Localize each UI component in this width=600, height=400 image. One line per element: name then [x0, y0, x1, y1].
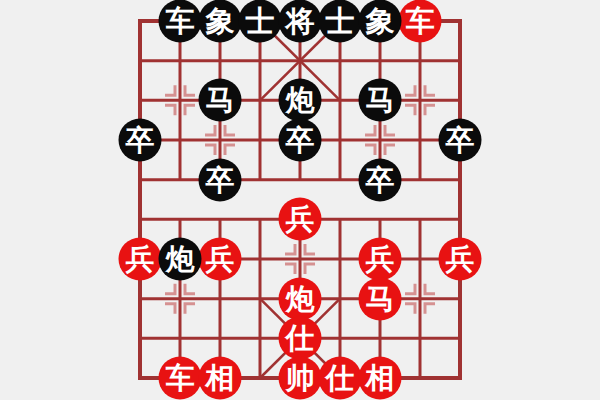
point-marker: [285, 264, 295, 274]
point-marker: [165, 284, 175, 294]
point-marker: [405, 304, 415, 314]
point-marker: [405, 284, 415, 294]
piece-black-chariot[interactable]: 车: [159, 0, 202, 43]
xiangqi-board-area: 车兵兵兵兵兵炮马仕车相帅仕相车象士将士象马炮马卒卒卒卒卒炮: [0, 0, 600, 400]
point-marker: [405, 85, 415, 95]
point-marker: [405, 105, 415, 115]
piece-red-soldier[interactable]: 兵: [199, 238, 242, 281]
point-marker: [165, 85, 175, 95]
point-marker: [165, 105, 175, 115]
piece-black-elephant[interactable]: 象: [199, 0, 242, 43]
point-marker: [185, 284, 195, 294]
point-marker: [225, 145, 235, 155]
point-marker: [185, 105, 195, 115]
piece-black-cannon[interactable]: 炮: [159, 238, 202, 281]
piece-red-chariot[interactable]: 车: [159, 357, 202, 400]
point-marker: [425, 304, 435, 314]
piece-black-advisor[interactable]: 士: [319, 0, 362, 43]
piece-red-soldier[interactable]: 兵: [439, 238, 482, 281]
point-marker: [425, 284, 435, 294]
piece-red-general[interactable]: 帅: [279, 357, 322, 400]
piece-black-soldier[interactable]: 卒: [199, 158, 242, 201]
piece-red-soldier[interactable]: 兵: [359, 238, 402, 281]
piece-black-general[interactable]: 将: [279, 0, 322, 43]
point-marker: [305, 244, 315, 254]
point-marker: [225, 125, 235, 135]
piece-black-horse[interactable]: 马: [199, 79, 242, 122]
point-marker: [165, 304, 175, 314]
piece-red-soldier[interactable]: 兵: [279, 198, 322, 241]
piece-red-soldier[interactable]: 兵: [119, 238, 162, 281]
point-marker: [305, 264, 315, 274]
piece-black-elephant[interactable]: 象: [359, 0, 402, 43]
point-marker: [185, 304, 195, 314]
point-marker: [385, 125, 395, 135]
piece-black-advisor[interactable]: 士: [239, 0, 282, 43]
piece-black-soldier[interactable]: 卒: [119, 119, 162, 162]
point-marker: [385, 145, 395, 155]
piece-red-elephant[interactable]: 相: [199, 357, 242, 400]
point-marker: [365, 145, 375, 155]
piece-black-cannon[interactable]: 炮: [279, 79, 322, 122]
piece-black-soldier[interactable]: 卒: [359, 158, 402, 201]
point-marker: [365, 125, 375, 135]
point-marker: [425, 85, 435, 95]
piece-red-elephant[interactable]: 相: [359, 357, 402, 400]
piece-red-chariot[interactable]: 车: [399, 0, 442, 43]
piece-black-soldier[interactable]: 卒: [279, 119, 322, 162]
point-marker: [205, 125, 215, 135]
piece-red-cannon[interactable]: 炮: [279, 277, 322, 320]
piece-black-soldier[interactable]: 卒: [439, 119, 482, 162]
piece-red-advisor[interactable]: 仕: [319, 357, 362, 400]
piece-black-horse[interactable]: 马: [359, 79, 402, 122]
piece-red-advisor[interactable]: 仕: [279, 317, 322, 360]
point-marker: [205, 145, 215, 155]
point-marker: [185, 85, 195, 95]
piece-red-horse[interactable]: 马: [359, 277, 402, 320]
point-marker: [425, 105, 435, 115]
point-marker: [285, 244, 295, 254]
